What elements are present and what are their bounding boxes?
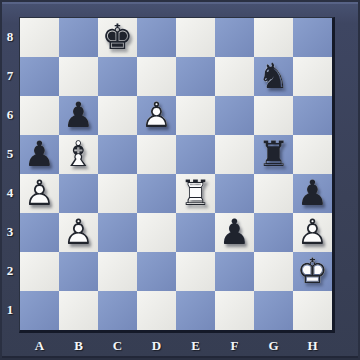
square-g7[interactable]: ♘♞ [254, 57, 293, 96]
black-piece-fill: ♞ [254, 57, 293, 96]
square-h1[interactable] [293, 291, 332, 330]
square-f5[interactable] [215, 135, 254, 174]
square-h8[interactable] [293, 18, 332, 57]
square-b6[interactable]: ♙♟ [59, 96, 98, 135]
square-d7[interactable] [137, 57, 176, 96]
square-a1[interactable] [20, 291, 59, 330]
square-e7[interactable] [176, 57, 215, 96]
file-label-h: H [293, 333, 332, 358]
square-c8[interactable]: ♔♚ [98, 18, 137, 57]
black-piece-fill: ♟ [20, 135, 59, 174]
square-b8[interactable] [59, 18, 98, 57]
file-label-f: F [215, 333, 254, 358]
square-d4[interactable] [137, 174, 176, 213]
square-b3[interactable]: ♟♙ [59, 213, 98, 252]
square-f4[interactable] [215, 174, 254, 213]
black-pawn[interactable]: ♙♟ [215, 213, 254, 252]
black-knight[interactable]: ♘♞ [254, 57, 293, 96]
square-f1[interactable] [215, 291, 254, 330]
square-c2[interactable] [98, 252, 137, 291]
white-king[interactable]: ♚♔ [293, 252, 332, 291]
square-e6[interactable] [176, 96, 215, 135]
square-c5[interactable] [98, 135, 137, 174]
white-piece-outline: ♙ [137, 96, 176, 135]
square-f3[interactable]: ♙♟ [215, 213, 254, 252]
black-pawn[interactable]: ♙♟ [20, 135, 59, 174]
white-piece-outline: ♙ [293, 213, 332, 252]
square-f6[interactable] [215, 96, 254, 135]
square-b1[interactable] [59, 291, 98, 330]
file-label-b: B [59, 333, 98, 358]
black-piece-fill: ♟ [59, 96, 98, 135]
square-a7[interactable] [20, 57, 59, 96]
rank-label-7: 7 [0, 56, 20, 95]
white-pawn[interactable]: ♟♙ [20, 174, 59, 213]
square-d1[interactable] [137, 291, 176, 330]
file-label-c: C [98, 333, 137, 358]
file-labels: ABCDEFGH [20, 333, 332, 358]
square-a8[interactable] [20, 18, 59, 57]
square-e1[interactable] [176, 291, 215, 330]
chess-diagram: 87654321 ♔♚♘♞♙♟♟♙♙♟♝♗♖♜♟♙♜♖♙♟♟♙♙♟♟♙♚♔ AB… [0, 0, 360, 360]
square-h4[interactable]: ♙♟ [293, 174, 332, 213]
black-piece-fill: ♟ [293, 174, 332, 213]
square-c1[interactable] [98, 291, 137, 330]
square-c4[interactable] [98, 174, 137, 213]
black-pawn[interactable]: ♙♟ [293, 174, 332, 213]
black-king[interactable]: ♔♚ [98, 18, 137, 57]
square-b4[interactable] [59, 174, 98, 213]
chess-board: ♔♚♘♞♙♟♟♙♙♟♝♗♖♜♟♙♜♖♙♟♟♙♙♟♟♙♚♔ [19, 17, 335, 333]
square-a6[interactable] [20, 96, 59, 135]
white-piece-outline: ♙ [20, 174, 59, 213]
rank-label-1: 1 [0, 290, 20, 329]
square-b2[interactable] [59, 252, 98, 291]
square-e2[interactable] [176, 252, 215, 291]
rank-label-6: 6 [0, 95, 20, 134]
rank-label-3: 3 [0, 212, 20, 251]
square-a4[interactable]: ♟♙ [20, 174, 59, 213]
white-pawn[interactable]: ♟♙ [59, 213, 98, 252]
white-bishop[interactable]: ♝♗ [59, 135, 98, 174]
square-d3[interactable] [137, 213, 176, 252]
square-e8[interactable] [176, 18, 215, 57]
square-b5[interactable]: ♝♗ [59, 135, 98, 174]
square-h6[interactable] [293, 96, 332, 135]
black-piece-fill: ♚ [98, 18, 137, 57]
square-c7[interactable] [98, 57, 137, 96]
square-d8[interactable] [137, 18, 176, 57]
black-piece-fill: ♟ [215, 213, 254, 252]
square-f7[interactable] [215, 57, 254, 96]
rank-label-8: 8 [0, 17, 20, 56]
square-a2[interactable] [20, 252, 59, 291]
square-g1[interactable] [254, 291, 293, 330]
square-c6[interactable] [98, 96, 137, 135]
square-h3[interactable]: ♟♙ [293, 213, 332, 252]
square-h7[interactable] [293, 57, 332, 96]
rank-label-2: 2 [0, 251, 20, 290]
white-pawn[interactable]: ♟♙ [137, 96, 176, 135]
square-h5[interactable] [293, 135, 332, 174]
square-e5[interactable] [176, 135, 215, 174]
square-g5[interactable]: ♖♜ [254, 135, 293, 174]
white-piece-outline: ♖ [176, 174, 215, 213]
square-d5[interactable] [137, 135, 176, 174]
white-piece-outline: ♔ [293, 252, 332, 291]
rank-label-5: 5 [0, 134, 20, 173]
white-piece-outline: ♙ [59, 213, 98, 252]
rank-label-4: 4 [0, 173, 20, 212]
black-pawn[interactable]: ♙♟ [59, 96, 98, 135]
white-piece-outline: ♗ [59, 135, 98, 174]
square-f2[interactable] [215, 252, 254, 291]
square-e4[interactable]: ♜♖ [176, 174, 215, 213]
rank-labels: 87654321 [0, 17, 20, 329]
black-rook[interactable]: ♖♜ [254, 135, 293, 174]
square-g2[interactable] [254, 252, 293, 291]
black-piece-fill: ♜ [254, 135, 293, 174]
file-label-e: E [176, 333, 215, 358]
square-c3[interactable] [98, 213, 137, 252]
file-label-g: G [254, 333, 293, 358]
square-g6[interactable] [254, 96, 293, 135]
square-g8[interactable] [254, 18, 293, 57]
square-a3[interactable] [20, 213, 59, 252]
square-g3[interactable] [254, 213, 293, 252]
square-f8[interactable] [215, 18, 254, 57]
white-rook[interactable]: ♜♖ [176, 174, 215, 213]
square-h2[interactable]: ♚♔ [293, 252, 332, 291]
square-b7[interactable] [59, 57, 98, 96]
square-g4[interactable] [254, 174, 293, 213]
file-label-a: A [20, 333, 59, 358]
file-label-d: D [137, 333, 176, 358]
square-d2[interactable] [137, 252, 176, 291]
square-e3[interactable] [176, 213, 215, 252]
square-d6[interactable]: ♟♙ [137, 96, 176, 135]
square-a5[interactable]: ♙♟ [20, 135, 59, 174]
white-pawn[interactable]: ♟♙ [293, 213, 332, 252]
